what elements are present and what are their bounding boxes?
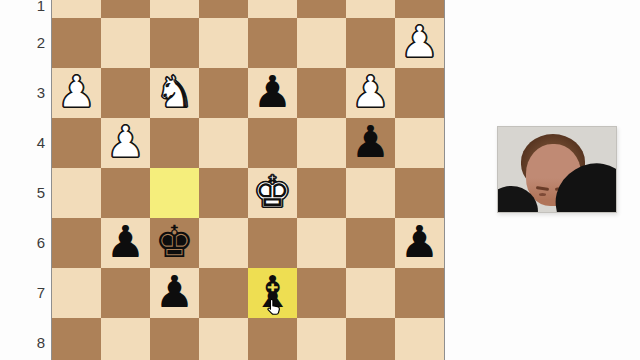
square-g4[interactable]: ♟ — [101, 118, 150, 168]
square-h2[interactable] — [52, 18, 101, 68]
white-pawn[interactable]: ♟ — [346, 68, 395, 118]
square-b7[interactable] — [346, 268, 395, 318]
webcam-video — [497, 126, 617, 213]
black-pawn[interactable]: ♟ — [150, 268, 199, 318]
square-c6[interactable] — [297, 218, 346, 268]
rank-label-5: 5 — [0, 185, 45, 201]
square-c4[interactable] — [297, 118, 346, 168]
square-e6[interactable] — [199, 218, 248, 268]
square-e8[interactable] — [199, 318, 248, 360]
black-pawn[interactable]: ♟ — [395, 218, 444, 268]
board-area: 12345678 ♟♟♞♟♟♟♟♚♟♚♟♟♝ — [0, 0, 450, 360]
square-c2[interactable] — [297, 18, 346, 68]
square-a8[interactable] — [395, 318, 444, 360]
square-f3[interactable]: ♞ — [150, 68, 199, 118]
rank-label-7: 7 — [0, 285, 45, 301]
black-pawn[interactable]: ♟ — [248, 68, 297, 118]
square-b6[interactable] — [346, 218, 395, 268]
chess-board[interactable]: ♟♟♞♟♟♟♟♚♟♚♟♟♝ — [51, 0, 445, 360]
square-a6[interactable]: ♟ — [395, 218, 444, 268]
square-c1[interactable] — [297, 0, 346, 18]
square-g3[interactable] — [101, 68, 150, 118]
rank-label-6: 6 — [0, 235, 45, 251]
square-c5[interactable] — [297, 168, 346, 218]
rank-label-1: 1 — [0, 0, 45, 14]
person-eye — [539, 193, 546, 196]
square-g8[interactable] — [101, 318, 150, 360]
square-h4[interactable] — [52, 118, 101, 168]
hand-cursor-icon — [264, 296, 284, 318]
white-king[interactable]: ♚ — [248, 168, 297, 218]
square-f8[interactable] — [150, 318, 199, 360]
square-e5[interactable] — [199, 168, 248, 218]
square-c3[interactable] — [297, 68, 346, 118]
square-d1[interactable] — [248, 0, 297, 18]
square-d5[interactable]: ♚ — [248, 168, 297, 218]
square-h8[interactable] — [52, 318, 101, 360]
screen: 12345678 ♟♟♞♟♟♟♟♚♟♚♟♟♝ — [0, 0, 640, 360]
rank-label-2: 2 — [0, 35, 45, 51]
square-c7[interactable] — [297, 268, 346, 318]
white-pawn[interactable]: ♟ — [52, 68, 101, 118]
square-e3[interactable] — [199, 68, 248, 118]
square-d2[interactable] — [248, 18, 297, 68]
square-f6[interactable]: ♚ — [150, 218, 199, 268]
white-pawn[interactable]: ♟ — [101, 118, 150, 168]
square-g7[interactable] — [101, 268, 150, 318]
square-h3[interactable]: ♟ — [52, 68, 101, 118]
square-h6[interactable] — [52, 218, 101, 268]
square-d3[interactable]: ♟ — [248, 68, 297, 118]
square-b8[interactable] — [346, 318, 395, 360]
square-f2[interactable] — [150, 18, 199, 68]
square-b4[interactable]: ♟ — [346, 118, 395, 168]
rank-label-8: 8 — [0, 335, 45, 351]
square-b5[interactable] — [346, 168, 395, 218]
square-c8[interactable] — [297, 318, 346, 360]
square-h1[interactable] — [52, 0, 101, 18]
square-a4[interactable] — [395, 118, 444, 168]
black-pawn[interactable]: ♟ — [101, 218, 150, 268]
square-a2[interactable]: ♟ — [395, 18, 444, 68]
square-e4[interactable] — [199, 118, 248, 168]
square-a3[interactable] — [395, 68, 444, 118]
square-b2[interactable] — [346, 18, 395, 68]
square-g6[interactable]: ♟ — [101, 218, 150, 268]
square-d4[interactable] — [248, 118, 297, 168]
square-h5[interactable] — [52, 168, 101, 218]
black-pawn[interactable]: ♟ — [346, 118, 395, 168]
square-b3[interactable]: ♟ — [346, 68, 395, 118]
square-g5[interactable] — [101, 168, 150, 218]
square-g2[interactable] — [101, 18, 150, 68]
square-f4[interactable] — [150, 118, 199, 168]
square-b1[interactable] — [346, 0, 395, 18]
square-a7[interactable] — [395, 268, 444, 318]
square-d6[interactable] — [248, 218, 297, 268]
black-king[interactable]: ♚ — [150, 218, 199, 268]
white-knight[interactable]: ♞ — [150, 68, 199, 118]
square-h7[interactable] — [52, 268, 101, 318]
rank-label-4: 4 — [0, 135, 45, 151]
square-f5-highlighted[interactable] — [150, 168, 199, 218]
square-e7[interactable] — [199, 268, 248, 318]
square-d8[interactable] — [248, 318, 297, 360]
square-e1[interactable] — [199, 0, 248, 18]
square-e2[interactable] — [199, 18, 248, 68]
square-f1[interactable] — [150, 0, 199, 18]
rank-label-3: 3 — [0, 85, 45, 101]
square-g1[interactable] — [101, 0, 150, 18]
square-f7[interactable]: ♟ — [150, 268, 199, 318]
square-a5[interactable] — [395, 168, 444, 218]
white-pawn[interactable]: ♟ — [395, 18, 444, 68]
